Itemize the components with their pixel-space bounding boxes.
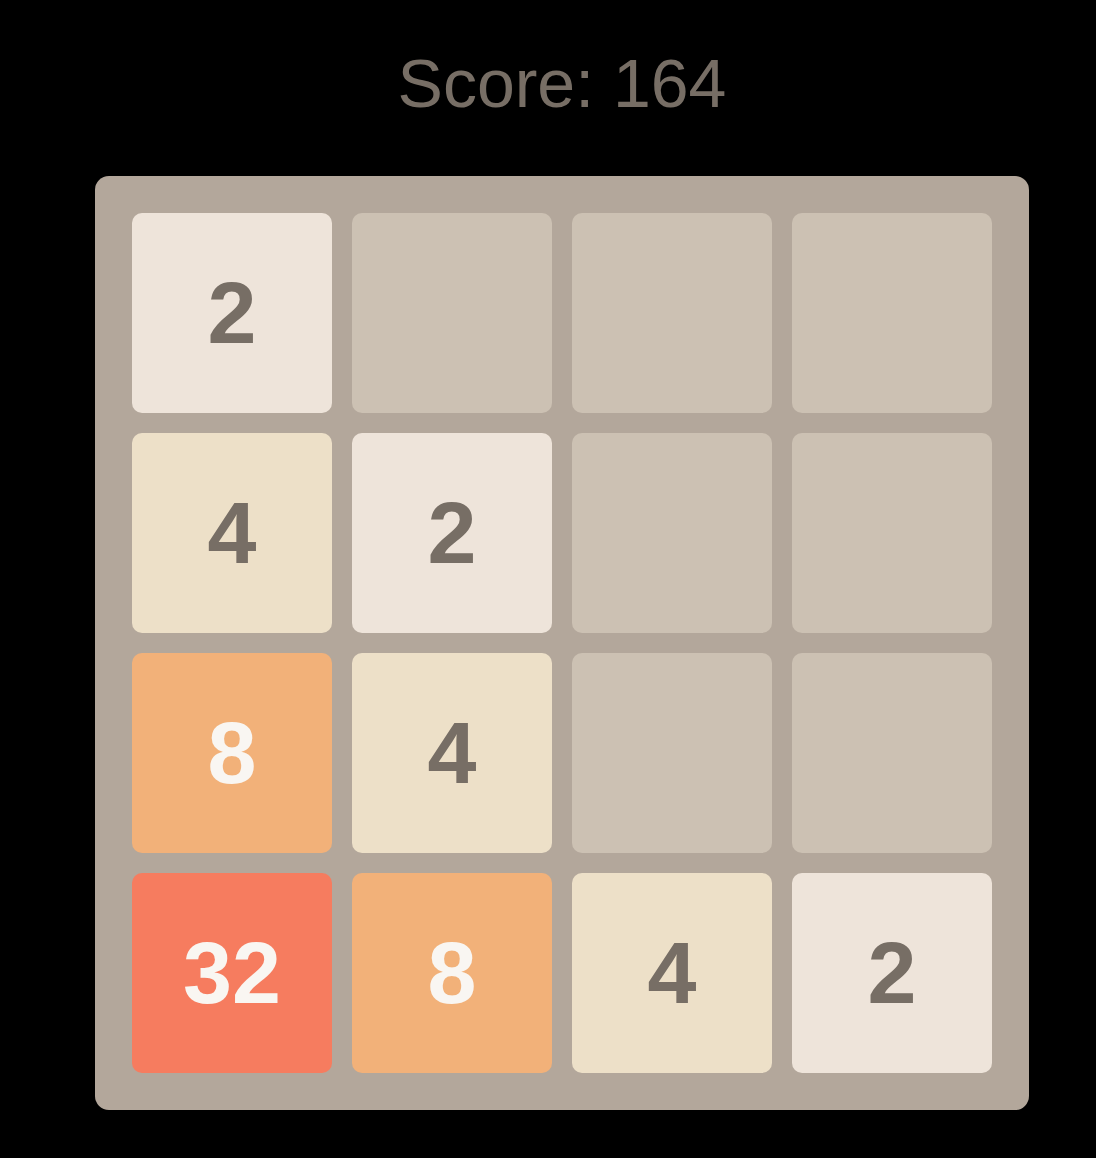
game-2048-app: Score: 164 2428432842 xyxy=(95,0,1029,1110)
empty-cell xyxy=(572,433,772,633)
tile-2: 2 xyxy=(792,873,992,1073)
empty-cell xyxy=(792,653,992,853)
tile-4: 4 xyxy=(132,433,332,633)
empty-cell xyxy=(792,433,992,633)
score-display: Score: 164 xyxy=(95,0,1029,122)
tile-4: 4 xyxy=(352,653,552,853)
tile-4: 4 xyxy=(572,873,772,1073)
tile-8: 8 xyxy=(132,653,332,853)
tile-2: 2 xyxy=(352,433,552,633)
empty-cell xyxy=(572,653,772,853)
tile-2: 2 xyxy=(132,213,332,413)
empty-cell xyxy=(792,213,992,413)
tile-32: 32 xyxy=(132,873,332,1073)
empty-cell xyxy=(352,213,552,413)
tile-8: 8 xyxy=(352,873,552,1073)
empty-cell xyxy=(572,213,772,413)
board-grid[interactable]: 2428432842 xyxy=(95,176,1029,1110)
